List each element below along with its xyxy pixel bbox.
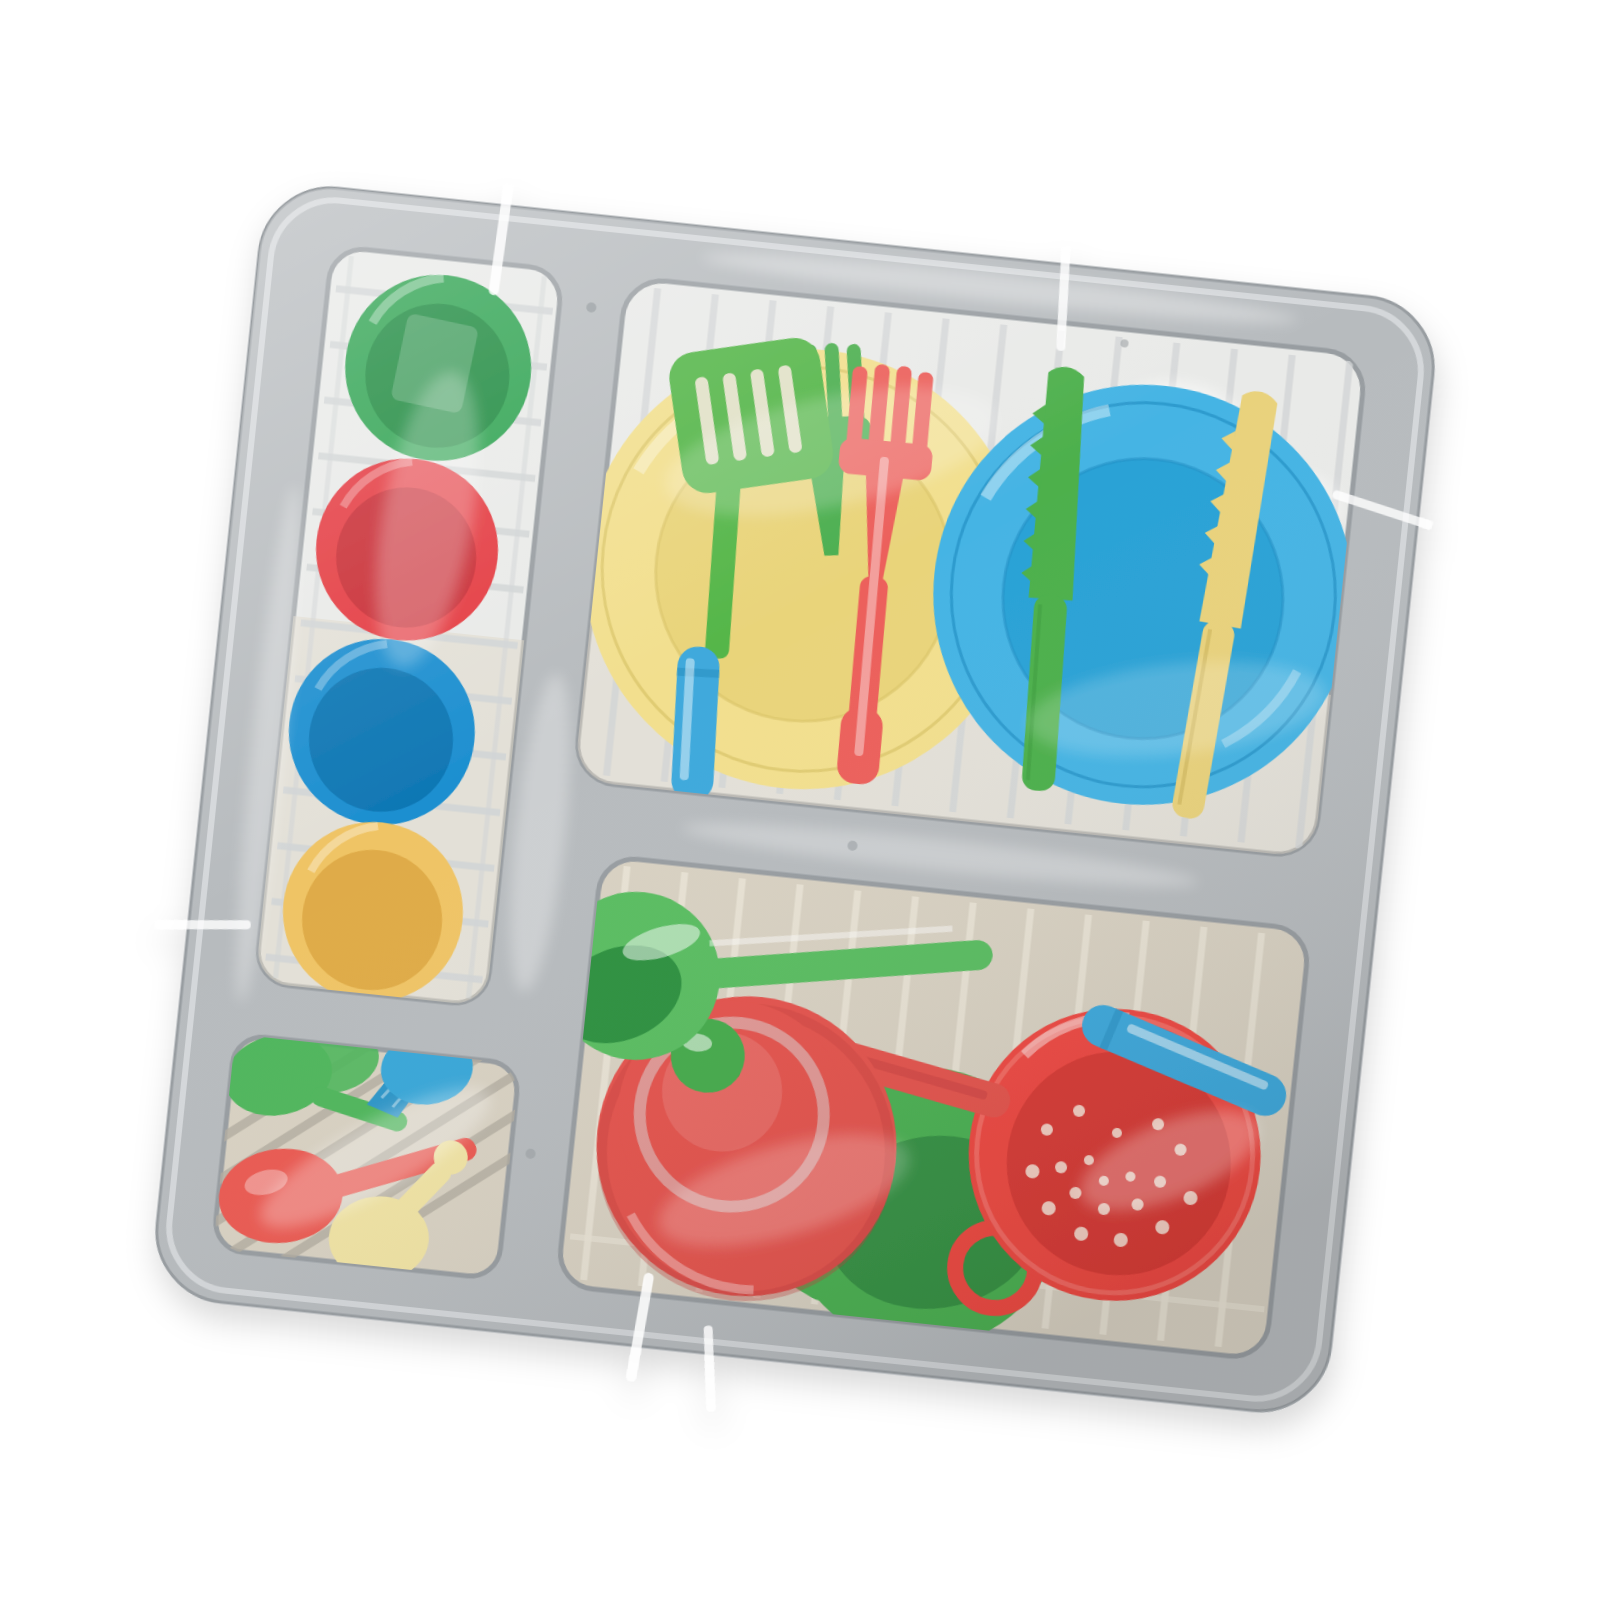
drying-rack-tray [82, 152, 1458, 1480]
plastic-tie [155, 920, 251, 929]
product-photo [0, 0, 1600, 1600]
